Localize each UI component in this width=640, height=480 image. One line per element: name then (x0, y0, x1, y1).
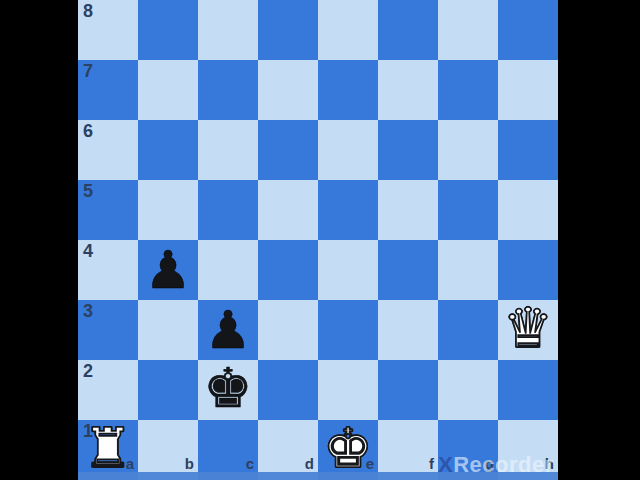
xrecorder-watermark: XRecorder (438, 452, 554, 478)
square-c7[interactable] (198, 60, 258, 120)
rank-label-6: 6 (83, 122, 93, 140)
rank-label-7: 7 (83, 62, 93, 80)
white-queen[interactable]: ♛ (503, 301, 552, 356)
square-c1[interactable]: c (198, 420, 258, 480)
square-a6[interactable]: 6 (78, 120, 138, 180)
square-f8[interactable] (378, 0, 438, 60)
black-pawn[interactable]: ♟ (145, 244, 192, 296)
square-a8[interactable]: 8 (78, 0, 138, 60)
black-king[interactable]: ♚ (203, 361, 252, 416)
square-a1[interactable]: 1a♜ (78, 420, 138, 480)
watermark-text: Recorder (453, 452, 554, 477)
square-a4[interactable]: 4 (78, 240, 138, 300)
square-d2[interactable] (258, 360, 318, 420)
square-d6[interactable] (258, 120, 318, 180)
file-label-d: d (305, 456, 314, 471)
square-e1[interactable]: e♚ (318, 420, 378, 480)
square-c2[interactable]: ♚ (198, 360, 258, 420)
square-d5[interactable] (258, 180, 318, 240)
square-d8[interactable] (258, 0, 318, 60)
square-e8[interactable] (318, 0, 378, 60)
square-b7[interactable] (138, 60, 198, 120)
square-e2[interactable] (318, 360, 378, 420)
square-g2[interactable] (438, 360, 498, 420)
file-label-c: c (246, 456, 254, 471)
square-c6[interactable] (198, 120, 258, 180)
square-g3[interactable] (438, 300, 498, 360)
square-d4[interactable] (258, 240, 318, 300)
square-f7[interactable] (378, 60, 438, 120)
letterbox-left (0, 0, 78, 480)
rank-label-4: 4 (83, 242, 93, 260)
square-a3[interactable]: 3 (78, 300, 138, 360)
square-e3[interactable] (318, 300, 378, 360)
square-b6[interactable] (138, 120, 198, 180)
square-h3[interactable]: ♛ (498, 300, 558, 360)
white-king[interactable]: ♚ (323, 421, 372, 476)
square-e4[interactable] (318, 240, 378, 300)
chess-board[interactable]: 87654♟3♟♛2♚1a♜bcde♚fgh (78, 0, 558, 480)
square-g6[interactable] (438, 120, 498, 180)
square-f5[interactable] (378, 180, 438, 240)
square-g5[interactable] (438, 180, 498, 240)
square-e5[interactable] (318, 180, 378, 240)
square-a5[interactable]: 5 (78, 180, 138, 240)
square-b4[interactable]: ♟ (138, 240, 198, 300)
file-label-f: f (429, 456, 434, 471)
square-b8[interactable] (138, 0, 198, 60)
square-c8[interactable] (198, 0, 258, 60)
square-f2[interactable] (378, 360, 438, 420)
watermark-x: X (438, 452, 453, 477)
square-b5[interactable] (138, 180, 198, 240)
square-a2[interactable]: 2 (78, 360, 138, 420)
screen: 87654♟3♟♛2♚1a♜bcde♚fgh XRecorder (0, 0, 640, 480)
square-f6[interactable] (378, 120, 438, 180)
square-d1[interactable]: d (258, 420, 318, 480)
file-label-b: b (185, 456, 194, 471)
square-c5[interactable] (198, 180, 258, 240)
square-c3[interactable]: ♟ (198, 300, 258, 360)
letterbox-right (558, 0, 640, 480)
square-f4[interactable] (378, 240, 438, 300)
square-g8[interactable] (438, 0, 498, 60)
square-e7[interactable] (318, 60, 378, 120)
square-h7[interactable] (498, 60, 558, 120)
rank-label-3: 3 (83, 302, 93, 320)
square-d3[interactable] (258, 300, 318, 360)
rank-label-2: 2 (83, 362, 93, 380)
square-e6[interactable] (318, 120, 378, 180)
square-h4[interactable] (498, 240, 558, 300)
square-h8[interactable] (498, 0, 558, 60)
square-c4[interactable] (198, 240, 258, 300)
rank-label-5: 5 (83, 182, 93, 200)
rank-label-8: 8 (83, 2, 93, 20)
square-d7[interactable] (258, 60, 318, 120)
square-g4[interactable] (438, 240, 498, 300)
square-g7[interactable] (438, 60, 498, 120)
square-f1[interactable]: f (378, 420, 438, 480)
square-h2[interactable] (498, 360, 558, 420)
white-rook[interactable]: ♜ (83, 421, 132, 476)
black-pawn[interactable]: ♟ (205, 304, 252, 356)
square-h6[interactable] (498, 120, 558, 180)
square-b1[interactable]: b (138, 420, 198, 480)
square-b2[interactable] (138, 360, 198, 420)
square-b3[interactable] (138, 300, 198, 360)
square-a7[interactable]: 7 (78, 60, 138, 120)
square-h5[interactable] (498, 180, 558, 240)
square-f3[interactable] (378, 300, 438, 360)
